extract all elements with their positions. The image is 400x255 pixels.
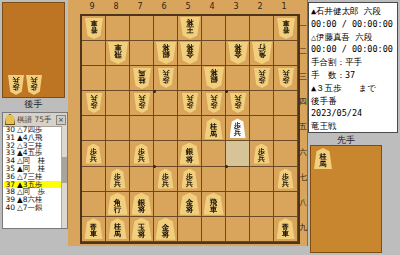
square-4-9[interactable]	[202, 217, 226, 242]
kifu-window-title: 棋譜 75手	[17, 115, 56, 125]
square-6-7[interactable]: 歩兵	[154, 167, 178, 192]
board-panel: 987654321 香車王将香車飛車銀将金将金将角行桂馬歩兵銀将歩兵歩兵歩兵歩兵…	[68, 0, 308, 246]
piece-玉将-sente[interactable]: 玉将	[132, 218, 152, 240]
piece-歩兵-gote[interactable]: 歩兵	[206, 93, 222, 113]
rank-label: 三	[298, 64, 308, 89]
piece-kanji: 車	[210, 206, 218, 214]
piece-香車-sente[interactable]: 香車	[277, 218, 295, 239]
square-5-9[interactable]	[178, 217, 202, 242]
piece-kanji: 将	[162, 43, 170, 51]
square-4-7[interactable]	[202, 167, 226, 192]
square-7-3[interactable]: 桂馬	[130, 66, 154, 91]
rank-label: 九	[298, 215, 308, 240]
piece-飛車-sente[interactable]: 飛車	[204, 193, 224, 215]
square-9-5[interactable]	[82, 116, 106, 141]
piece-kanji: 将	[186, 206, 194, 214]
piece-王将-gote[interactable]: 王将	[180, 17, 200, 39]
piece-香車-gote[interactable]: 香車	[277, 18, 295, 39]
piece-歩兵-gote[interactable]: 歩兵	[278, 68, 294, 88]
square-2-8[interactable]	[250, 192, 274, 217]
piece-kanji: 歩	[13, 83, 20, 90]
game-info-panel: ▲石井健太郎 六段00:00 / 00:00:00△伊藤真吾 六段00:00 /…	[308, 2, 398, 133]
square-7-4[interactable]: 歩兵	[130, 91, 154, 116]
square-2-6[interactable]: 歩兵	[250, 141, 274, 166]
piece-歩兵-sente[interactable]: 歩兵	[158, 169, 174, 189]
piece-kanji: 将	[138, 231, 146, 239]
piece-kanji: 銀	[210, 76, 218, 84]
gote-stand-label: 後手	[2, 98, 65, 111]
rank-label: 六	[298, 139, 308, 164]
square-8-7[interactable]: 歩兵	[106, 167, 130, 192]
piece-kanji: 車	[90, 231, 97, 238]
piece-kanji: 歩	[162, 76, 169, 83]
info-line: 後手番	[311, 95, 395, 108]
piece-kanji: 将	[234, 43, 242, 51]
kifu-move-row[interactable]: 40△7一銀	[4, 204, 61, 212]
hoshi-dot	[153, 90, 156, 93]
rank-label: 五	[298, 114, 308, 139]
file-label: 4	[200, 1, 224, 12]
square-8-4[interactable]	[106, 91, 130, 116]
piece-kanji: 兵	[138, 156, 145, 163]
shogi-app-window: 歩兵歩兵 後手 棋譜 75手 × 30△7四歩31▲4八飛32△3三桂33▲4五…	[0, 0, 400, 255]
square-4-3[interactable]: 銀将	[202, 66, 226, 91]
square-1-9[interactable]: 香車	[274, 217, 298, 242]
square-3-9[interactable]	[226, 217, 250, 242]
square-3-6[interactable]	[226, 141, 250, 166]
piece-kanji: 兵	[234, 130, 241, 137]
close-icon[interactable]: ×	[56, 115, 66, 125]
piece-kanji: 銀	[162, 51, 170, 59]
piece-kanji: 歩	[31, 83, 38, 90]
piece-kanji: 兵	[234, 94, 241, 101]
piece-歩兵-gote[interactable]: 歩兵	[26, 75, 42, 95]
kifu-scrollbar[interactable]	[61, 126, 67, 228]
piece-kanji: 将	[186, 156, 194, 164]
shogi-board: 香車王将香車飛車銀将金将金将角行桂馬歩兵銀将歩兵歩兵歩兵歩兵歩兵歩兵歩兵桂馬歩兵…	[80, 14, 300, 244]
square-9-8[interactable]	[82, 192, 106, 217]
info-line: 竜王戦	[311, 120, 395, 133]
piece-kanji: 車	[90, 19, 97, 26]
rank-label: 二	[298, 39, 308, 64]
square-2-1[interactable]	[250, 16, 274, 41]
square-8-1[interactable]	[106, 16, 130, 41]
piece-金将-sente[interactable]: 金将	[156, 218, 176, 240]
square-6-1[interactable]	[154, 16, 178, 41]
piece-kanji: 金	[186, 51, 194, 59]
piece-kanji: 兵	[162, 69, 169, 76]
piece-桂馬-sente[interactable]: 桂馬	[314, 148, 332, 169]
piece-桂馬-sente[interactable]: 桂馬	[205, 118, 223, 139]
square-3-8[interactable]	[226, 192, 250, 217]
piece-歩兵-sente[interactable]: 歩兵	[278, 169, 294, 189]
piece-歩兵-gote[interactable]: 歩兵	[86, 93, 102, 113]
square-2-2[interactable]: 角行	[250, 41, 274, 66]
piece-kanji: 車	[114, 43, 122, 51]
square-1-2[interactable]	[274, 41, 298, 66]
square-1-1[interactable]: 香車	[274, 16, 298, 41]
piece-kanji: 歩	[186, 101, 193, 108]
piece-kanji: 兵	[90, 94, 97, 101]
square-9-4[interactable]: 歩兵	[82, 91, 106, 116]
hoshi-dot	[153, 165, 156, 168]
piece-歩兵-sente[interactable]: 歩兵	[134, 144, 150, 164]
piece-kanji: 歩	[138, 101, 145, 108]
piece-kanji: 将	[138, 206, 146, 214]
info-line: ▲石井健太郎 六段	[311, 5, 395, 18]
piece-歩兵-gote[interactable]: 歩兵	[134, 93, 150, 113]
square-1-7[interactable]: 歩兵	[274, 167, 298, 192]
piece-歩兵-sente[interactable]: 歩兵	[254, 144, 270, 164]
piece-kanji: 兵	[282, 181, 289, 188]
move-number: 40	[4, 204, 15, 212]
square-6-3[interactable]: 歩兵	[154, 66, 178, 91]
square-9-7[interactable]	[82, 167, 106, 192]
square-1-8[interactable]	[274, 192, 298, 217]
file-label: 1	[272, 1, 296, 12]
square-3-4[interactable]: 歩兵	[226, 91, 250, 116]
rank-label: 四	[298, 89, 308, 114]
square-2-7[interactable]	[250, 167, 274, 192]
piece-kanji: 兵	[258, 156, 265, 163]
square-5-2[interactable]: 金将	[178, 41, 202, 66]
square-6-4[interactable]	[154, 91, 178, 116]
piece-kanji: 兵	[138, 94, 145, 101]
square-6-6[interactable]	[154, 141, 178, 166]
square-3-5[interactable]: 歩兵	[226, 116, 250, 141]
square-5-6[interactable]: 銀将	[178, 141, 202, 166]
square-6-2[interactable]: 銀将	[154, 41, 178, 66]
piece-kanji: 金	[234, 51, 242, 59]
piece-kanji: 兵	[90, 156, 97, 163]
piece-歩兵-sente[interactable]: 歩兵	[110, 169, 126, 189]
square-6-9[interactable]: 金将	[154, 217, 178, 242]
file-label: 5	[176, 1, 200, 12]
square-7-5[interactable]	[130, 116, 154, 141]
file-labels: 987654321	[80, 1, 296, 12]
piece-金将-sente[interactable]: 金将	[180, 193, 200, 215]
square-4-6[interactable]	[202, 141, 226, 166]
info-line: 手 数：37	[311, 69, 395, 82]
piece-kanji: 車	[282, 231, 289, 238]
hoshi-dot	[225, 165, 228, 168]
square-4-2[interactable]	[202, 41, 226, 66]
piece-kanji: 車	[282, 19, 289, 26]
info-line: 2023/05/24	[311, 107, 395, 120]
square-7-6[interactable]: 歩兵	[130, 141, 154, 166]
square-8-8[interactable]: 角行	[106, 192, 130, 217]
square-2-4[interactable]	[250, 91, 274, 116]
file-label: 9	[80, 1, 104, 12]
rank-label: 一	[298, 14, 308, 39]
piece-歩兵-gote[interactable]: 歩兵	[158, 68, 174, 88]
piece-飛車-gote[interactable]: 飛車	[108, 42, 128, 64]
piece-kanji: 王	[186, 26, 194, 34]
piece-kanji: 馬	[114, 231, 121, 238]
square-3-1[interactable]	[226, 16, 250, 41]
piece-桂馬-sente[interactable]: 桂馬	[109, 218, 127, 239]
rank-label: 七	[298, 165, 308, 190]
shogi-piece-icon	[5, 114, 15, 125]
piece-kanji: 兵	[31, 76, 38, 83]
file-label: 2	[248, 1, 272, 12]
piece-kanji: 将	[186, 43, 194, 51]
piece-歩兵-gote[interactable]: 歩兵	[254, 68, 270, 88]
piece-kanji: 将	[162, 231, 170, 239]
square-7-1[interactable]	[130, 16, 154, 41]
square-3-2[interactable]: 金将	[226, 41, 250, 66]
file-label: 3	[224, 1, 248, 12]
piece-kanji: 馬	[138, 69, 145, 76]
kifu-move-list: 30△7四歩31▲4八飛32△3三桂33▲4五歩34△同 桂35▲同 桂36△7…	[4, 126, 61, 227]
piece-kanji: 将	[210, 68, 218, 76]
square-8-2[interactable]: 飛車	[106, 41, 130, 66]
piece-kanji: 兵	[162, 181, 169, 188]
piece-kanji: 飛	[114, 51, 122, 59]
piece-歩兵-sente[interactable]: 歩兵	[182, 169, 198, 189]
piece-kanji: 馬	[320, 161, 327, 168]
info-line: △伊藤真吾 六段	[311, 31, 395, 44]
square-6-8[interactable]	[154, 192, 178, 217]
file-label: 6	[152, 1, 176, 12]
piece-kanji: 兵	[258, 69, 265, 76]
piece-kanji: 兵	[114, 181, 121, 188]
square-2-5[interactable]	[250, 116, 274, 141]
piece-kanji: 歩	[90, 101, 97, 108]
square-9-1[interactable]: 香車	[82, 16, 106, 41]
piece-kanji: 兵	[186, 94, 193, 101]
piece-kanji: 歩	[258, 76, 265, 83]
square-9-9[interactable]: 香車	[82, 217, 106, 242]
piece-桂馬-gote[interactable]: 桂馬	[133, 68, 151, 89]
square-2-3[interactable]: 歩兵	[250, 66, 274, 91]
file-label: 7	[128, 1, 152, 12]
square-1-3[interactable]: 歩兵	[274, 66, 298, 91]
piece-kanji: 歩	[210, 101, 217, 108]
square-4-1[interactable]	[202, 16, 226, 41]
square-8-6[interactable]	[106, 141, 130, 166]
piece-kanji: 兵	[210, 94, 217, 101]
piece-香車-sente[interactable]: 香車	[85, 218, 103, 239]
info-line: 手合割：平手	[311, 56, 395, 69]
square-7-2[interactable]	[130, 41, 154, 66]
info-line: ▲３五歩 まで	[311, 82, 395, 95]
scrollbar-thumb[interactable]	[62, 157, 67, 184]
info-line: 00:00 / 00:00:00	[311, 43, 395, 56]
square-8-9[interactable]: 桂馬	[106, 217, 130, 242]
piece-kanji: 兵	[282, 69, 289, 76]
piece-kanji: 歩	[282, 76, 289, 83]
file-label: 8	[104, 1, 128, 12]
square-1-6[interactable]	[274, 141, 298, 166]
gote-piece-stand[interactable]: 歩兵歩兵	[2, 2, 65, 98]
move-text: △7一銀	[17, 204, 43, 212]
sente-piece-stand[interactable]: 桂馬	[310, 145, 382, 253]
piece-銀将-gote[interactable]: 銀将	[204, 67, 224, 89]
info-line: 00:00 / 00:00:00	[311, 18, 395, 31]
square-8-5[interactable]	[106, 116, 130, 141]
piece-歩兵-gote[interactable]: 歩兵	[8, 75, 24, 95]
square-1-4[interactable]	[274, 91, 298, 116]
piece-銀将-sente[interactable]: 銀将	[132, 193, 152, 215]
piece-kanji: 歩	[234, 101, 241, 108]
square-4-8[interactable]: 飛車	[202, 192, 226, 217]
square-1-5[interactable]	[274, 116, 298, 141]
rank-label: 八	[298, 190, 308, 215]
hoshi-dot	[225, 90, 228, 93]
square-9-3[interactable]	[82, 66, 106, 91]
piece-金将-gote[interactable]: 金将	[228, 42, 248, 64]
piece-歩兵-sente[interactable]: 歩兵	[230, 118, 246, 138]
square-3-3[interactable]	[226, 66, 250, 91]
square-7-9[interactable]: 玉将	[130, 217, 154, 242]
square-5-3[interactable]	[178, 66, 202, 91]
square-5-1[interactable]: 王将	[178, 16, 202, 41]
kifu-window: 棋譜 75手 × 30△7四歩31▲4八飛32△3三桂33▲4五歩34△同 桂3…	[2, 112, 68, 229]
square-2-9[interactable]	[250, 217, 274, 242]
square-5-5[interactable]	[178, 116, 202, 141]
square-5-4[interactable]: 歩兵	[178, 91, 202, 116]
piece-kanji: 兵	[13, 76, 20, 83]
piece-金将-gote[interactable]: 金将	[180, 42, 200, 64]
piece-角行-gote[interactable]: 角行	[252, 42, 272, 64]
piece-kanji: 兵	[186, 181, 193, 188]
piece-kanji: 将	[186, 18, 194, 26]
piece-香車-gote[interactable]: 香車	[85, 18, 103, 39]
square-3-7[interactable]	[226, 167, 250, 192]
piece-kanji: 馬	[210, 131, 217, 138]
square-9-2[interactable]	[82, 41, 106, 66]
piece-kanji: 行	[258, 43, 266, 51]
square-5-8[interactable]: 金将	[178, 192, 202, 217]
piece-kanji: 行	[114, 206, 122, 214]
square-5-7[interactable]: 歩兵	[178, 167, 202, 192]
square-4-4[interactable]: 歩兵	[202, 91, 226, 116]
square-4-5[interactable]: 桂馬	[202, 116, 226, 141]
piece-銀将-gote[interactable]: 銀将	[156, 42, 176, 64]
piece-銀将-sente[interactable]: 銀将	[180, 143, 200, 165]
piece-歩兵-gote[interactable]: 歩兵	[182, 93, 198, 113]
piece-歩兵-sente[interactable]: 歩兵	[86, 144, 102, 164]
square-9-6[interactable]: 歩兵	[82, 141, 106, 166]
piece-kanji: 角	[258, 51, 266, 59]
kifu-window-titlebar[interactable]: 棋譜 75手 ×	[3, 113, 67, 127]
piece-角行-sente[interactable]: 角行	[108, 193, 128, 215]
square-7-7[interactable]	[130, 167, 154, 192]
square-7-8[interactable]: 銀将	[130, 192, 154, 217]
square-6-5[interactable]	[154, 116, 178, 141]
piece-歩兵-gote[interactable]: 歩兵	[230, 93, 246, 113]
rank-labels: 一二三四五六七八九	[298, 14, 308, 240]
square-8-3[interactable]	[106, 66, 130, 91]
piece-kanji: 桂	[138, 76, 145, 83]
